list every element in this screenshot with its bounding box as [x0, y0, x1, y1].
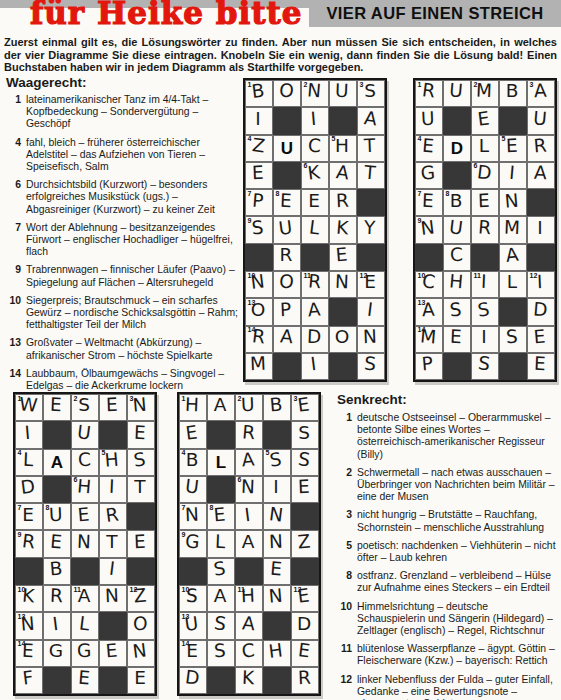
letter-cell[interactable]: U [443, 80, 471, 107]
letter-cell[interactable]: M [499, 216, 527, 243]
letter-cell[interactable]: O [273, 80, 301, 107]
letter-cell[interactable]: I [99, 476, 127, 503]
handwritten-letter: U [449, 82, 464, 102]
letter-cell[interactable]: Y [357, 216, 385, 243]
letter-cell[interactable]: E [99, 394, 127, 421]
handwritten-letter: E [22, 506, 34, 525]
handwritten-letter: S [133, 450, 147, 470]
letter-cell[interactable]: P [415, 353, 443, 380]
letter-cell[interactable]: M [245, 353, 273, 380]
letter-cell[interactable]: E [71, 667, 99, 694]
letter-cell[interactable]: E [527, 353, 555, 380]
letter-cell[interactable]: 8B [443, 189, 471, 216]
letter-cell[interactable]: 2M [471, 80, 499, 107]
letter-cell[interactable]: N [357, 326, 385, 353]
block-cell [43, 667, 71, 694]
banner-title: VIER AUF EINEN STREICH [326, 4, 543, 23]
letter-cell[interactable]: E [71, 503, 99, 530]
clue-number: 1 [6, 94, 21, 131]
letter-cell[interactable]: 13U [179, 612, 207, 639]
letter-cell[interactable]: I [15, 421, 43, 448]
letter-cell[interactable]: S [357, 353, 385, 380]
block-cell [471, 244, 499, 271]
letter-cell[interactable]: S [471, 298, 499, 325]
handwritten-letter: R [335, 191, 349, 210]
block-cell [329, 107, 357, 134]
letter-cell[interactable]: 4L [15, 449, 43, 476]
letter-cell[interactable]: E [245, 162, 273, 189]
letter-cell[interactable]: L [301, 216, 329, 243]
letter-cell[interactable]: 8E [273, 189, 301, 216]
letter-cell[interactable]: O [329, 326, 357, 353]
letter-cell[interactable]: S [291, 449, 319, 476]
letter-cell[interactable]: D [291, 612, 319, 639]
letter-cell[interactable]: S [207, 640, 235, 667]
letter-cell[interactable]: E [443, 326, 471, 353]
clue-item: 9Trabrennwagen – finnischer Läufer (Paav… [6, 264, 240, 288]
block-cell [263, 612, 291, 639]
handwritten-letter: A [307, 300, 321, 319]
handwritten-letter: I [244, 505, 252, 524]
handwritten-letter: C [421, 273, 436, 293]
crossword-grid-top-right[interactable]: 1RU2MB3AUEU4EDL5ERG6DIA7E8BEN9NURMICA10C… [413, 78, 557, 382]
letter-cell[interactable]: G [415, 162, 443, 189]
handwritten-letter: A [335, 163, 350, 183]
handwritten-letter: H [76, 478, 91, 498]
letter-cell[interactable]: R [329, 189, 357, 216]
letter-cell[interactable]: G [71, 640, 99, 667]
letter-cell[interactable]: E [471, 107, 499, 134]
letter-cell[interactable]: 10K [15, 585, 43, 612]
letter-cell[interactable]: 9S [245, 216, 273, 243]
given-letter: L [216, 454, 226, 471]
letter-cell[interactable]: S [207, 612, 235, 639]
letter-cell[interactable]: N [71, 530, 99, 557]
block-cell [329, 353, 357, 380]
letter-cell[interactable]: A [43, 449, 71, 476]
letter-cell[interactable]: 12Z [127, 585, 155, 612]
letter-cell[interactable]: 11A [71, 585, 99, 612]
block-cell [329, 298, 357, 325]
letter-cell[interactable]: Z [291, 530, 319, 557]
handwritten-letter: D [307, 328, 322, 347]
letter-cell[interactable]: C [71, 449, 99, 476]
clue-item: 2Schwermetall – nach etwas ausschauen – … [337, 467, 559, 504]
handwritten-letter: O [251, 301, 266, 320]
handwritten-letter: K [21, 587, 35, 606]
letter-cell[interactable]: A [207, 585, 235, 612]
handwritten-letter: K [242, 669, 255, 688]
cell-number: 1 [418, 81, 422, 89]
letter-cell[interactable]: 7P [245, 189, 273, 216]
letter-cell[interactable]: 3A [527, 80, 555, 107]
letter-cell[interactable]: N [127, 640, 155, 667]
letter-cell[interactable]: D [301, 326, 329, 353]
handwritten-letter: E [22, 642, 34, 661]
handwritten-letter: M [504, 219, 521, 238]
letter-cell[interactable]: R [471, 216, 499, 243]
letter-cell[interactable]: 3S [357, 80, 385, 107]
clue-number: 13 [6, 337, 21, 361]
handwritten-letter: I [481, 273, 487, 292]
letter-cell[interactable]: 4B [179, 449, 207, 476]
letter-cell[interactable]: 9G [179, 530, 207, 557]
handwritten-letter: L [507, 273, 517, 292]
letter-cell[interactable]: 11H [235, 585, 263, 612]
letter-cell[interactable]: I [527, 216, 555, 243]
clue-number: 10 [337, 601, 352, 638]
letter-cell[interactable]: 5E [499, 135, 527, 162]
handwritten-letter: O [278, 273, 295, 293]
block-cell [207, 421, 235, 448]
block-cell [99, 612, 127, 639]
block-cell [99, 667, 127, 694]
letter-cell[interactable]: T [357, 162, 385, 189]
crossword-grid-bottom-right[interactable]: 1HA2UB3EERS4BLA5SSU6NIE7N8EIN9GLANZSE10S… [177, 392, 321, 696]
letter-cell[interactable]: S [499, 326, 527, 353]
letter-cell[interactable]: 12E [357, 271, 385, 298]
handwritten-letter: Z [251, 136, 266, 156]
clue-number: 2 [337, 467, 352, 504]
letter-cell[interactable]: T [357, 135, 385, 162]
letter-cell[interactable]: E [179, 421, 207, 448]
letter-cell[interactable]: 13A [415, 298, 443, 325]
handwritten-letter: A [279, 327, 293, 346]
letter-cell[interactable]: 14E [15, 640, 43, 667]
letter-cell[interactable]: C [235, 640, 263, 667]
letter-cell[interactable]: S [471, 353, 499, 380]
letter-cell[interactable]: 6H [71, 476, 99, 503]
across-clue-list: 1lateinamerikanischer Tanz im 4/4-Takt –… [6, 94, 240, 398]
letter-cell[interactable]: D [15, 476, 43, 503]
handwritten-letter: S [364, 82, 376, 101]
letter-cell[interactable]: A [499, 244, 527, 271]
handwritten-letter: G [184, 532, 200, 552]
letter-cell[interactable]: I [301, 353, 329, 380]
clue-text: Wort der Ablehnung – besitzanzeigendes F… [26, 222, 240, 259]
letter-cell[interactable]: 13N [15, 612, 43, 639]
letter-cell[interactable]: B [43, 558, 71, 585]
handwritten-letter: E [50, 396, 62, 415]
letter-cell[interactable]: U [71, 421, 99, 448]
clue-item: 8ostfranz. Grenzland – verbleibend – Hül… [337, 570, 559, 594]
block-cell [443, 107, 471, 134]
letter-cell[interactable]: 10N [245, 271, 273, 298]
letter-cell[interactable]: 6N [235, 476, 263, 503]
letter-cell[interactable]: 7E [15, 503, 43, 530]
cell-number: 2 [74, 395, 78, 403]
handwritten-letter: S [214, 642, 227, 661]
letter-cell[interactable]: 8E [207, 503, 235, 530]
letter-cell[interactable]: U [273, 135, 301, 162]
clue-item: 11blütenlose Wasserpflanze – ägypt. Gött… [337, 643, 559, 667]
handwritten-letter: U [421, 109, 435, 128]
handwritten-letter: S [251, 219, 264, 238]
letter-cell[interactable]: N [99, 585, 127, 612]
crossword-grid-bottom-left[interactable]: 1WE2SE3NIUE4LAC5HSD6HIT7E8UER9RENTEBI10K… [13, 392, 157, 696]
letter-cell[interactable]: N [263, 503, 291, 530]
letter-cell[interactable]: O [273, 271, 301, 298]
handwritten-letter: N [504, 191, 519, 211]
letter-cell[interactable]: E [291, 640, 319, 667]
letter-cell[interactable]: 9N [415, 216, 443, 243]
letter-cell[interactable]: P [273, 298, 301, 325]
letter-cell[interactable]: I [263, 476, 291, 503]
letter-cell[interactable]: U [273, 216, 301, 243]
handwritten-letter: E [106, 396, 118, 415]
letter-cell[interactable]: U [179, 476, 207, 503]
cell-number: 4 [18, 449, 22, 457]
letter-cell[interactable]: E [127, 421, 155, 448]
letter-cell[interactable]: N [263, 585, 291, 612]
letter-cell[interactable]: C [301, 135, 329, 162]
cell-number: 4 [418, 135, 422, 143]
letter-cell[interactable]: R [527, 135, 555, 162]
across-heading: Waagerecht: [6, 75, 87, 90]
letter-cell[interactable]: U [329, 80, 357, 107]
letter-cell[interactable]: S [127, 449, 155, 476]
handwritten-letter: R [280, 246, 293, 265]
letter-cell[interactable]: 3N [127, 394, 155, 421]
handwritten-letter: U [49, 505, 63, 524]
handwritten-letter: N [363, 328, 378, 347]
letter-cell[interactable]: 12E [291, 585, 319, 612]
letter-cell[interactable]: 14E [179, 640, 207, 667]
handwritten-letter: K [307, 164, 321, 184]
handwritten-letter: E [50, 532, 63, 551]
letter-cell[interactable]: E [127, 667, 155, 694]
block-cell [499, 353, 527, 380]
handwritten-letter: U [278, 218, 294, 238]
letter-cell[interactable]: T [99, 530, 127, 557]
clue-item: 7Wort der Ablehnung – besitzanzeigendes … [6, 222, 240, 259]
block-cell [99, 421, 127, 448]
handwritten-letter: I [310, 110, 317, 129]
letter-cell[interactable]: 2U [235, 394, 263, 421]
handwritten-letter: N [335, 273, 350, 292]
handwritten-letter: E [134, 533, 146, 552]
letter-cell[interactable]: E [127, 530, 155, 557]
letter-cell[interactable]: F [15, 667, 43, 694]
letter-cell[interactable]: U [415, 107, 443, 134]
letter-cell[interactable]: A [235, 449, 263, 476]
letter-cell[interactable]: 1W [15, 394, 43, 421]
letter-cell[interactable]: B [263, 394, 291, 421]
letter-cell[interactable]: N [263, 530, 291, 557]
handwritten-letter: A [533, 82, 546, 101]
clue-text: Himmelsrichtung – deutsche Schauspieleri… [357, 601, 559, 638]
letter-cell[interactable]: A [207, 394, 235, 421]
crossword-grid-top-left[interactable]: 1BO2NU3SIIA4ZUC5HTE6KAT7P8EER9SULKYRE10N… [243, 78, 387, 382]
letter-cell[interactable]: 10S [179, 585, 207, 612]
letter-cell[interactable]: 9R [15, 530, 43, 557]
letter-cell[interactable]: E [471, 189, 499, 216]
handwritten-letter: G [76, 642, 91, 661]
letter-cell[interactable]: 6D [471, 162, 499, 189]
cell-number: 7 [418, 190, 422, 198]
letter-cell[interactable]: 12I [527, 271, 555, 298]
handwritten-letter: S [477, 355, 491, 375]
handwritten-letter: E [270, 560, 283, 579]
letter-cell[interactable]: C [443, 244, 471, 271]
handwritten-letter: B [450, 192, 463, 211]
letter-cell[interactable]: I [235, 503, 263, 530]
letter-cell[interactable]: N [499, 189, 527, 216]
letter-cell[interactable]: 8U [43, 503, 71, 530]
letter-cell[interactable]: D [527, 298, 555, 325]
letter-cell[interactable]: E [263, 558, 291, 585]
letter-cell[interactable]: A [273, 326, 301, 353]
handwritten-letter: S [269, 450, 283, 470]
letter-cell[interactable]: 5H [99, 449, 127, 476]
block-cell [127, 503, 155, 530]
letter-cell[interactable]: 6K [301, 162, 329, 189]
letter-cell[interactable]: H [443, 271, 471, 298]
letter-cell[interactable]: L [71, 612, 99, 639]
clue-text: Schwermetall – nach etwas ausschauen – Ü… [357, 467, 559, 504]
clue-item: 1deutsche Ostseeinsel – Oberarmmuskel – … [337, 412, 559, 461]
letter-cell[interactable]: A [527, 162, 555, 189]
letter-cell[interactable]: 11R [301, 271, 329, 298]
handwritten-letter: S [364, 355, 377, 374]
letter-cell[interactable]: A [235, 530, 263, 557]
clue-number: 10 [6, 295, 21, 332]
block-cell [207, 476, 235, 503]
handwritten-letter: N [105, 587, 120, 606]
handwritten-letter: A [214, 587, 227, 606]
handwritten-letter: S [506, 328, 519, 347]
letter-cell[interactable]: R [235, 421, 263, 448]
letter-cell[interactable]: I [499, 162, 527, 189]
letter-cell[interactable]: A [301, 298, 329, 325]
block-cell [179, 558, 207, 585]
block-cell [273, 353, 301, 380]
letter-cell[interactable]: A [329, 162, 357, 189]
letter-cell[interactable]: 1R [415, 80, 443, 107]
handwritten-letter: F [21, 669, 34, 689]
letter-cell[interactable]: L [471, 135, 499, 162]
handwritten-letter: S [186, 587, 199, 606]
letter-cell[interactable]: O [127, 612, 155, 639]
letter-cell[interactable]: 4E [415, 135, 443, 162]
letter-cell[interactable]: D [179, 667, 207, 694]
handwritten-letter: S [213, 560, 227, 580]
handwritten-letter: E [478, 191, 490, 210]
handwritten-letter: E [280, 191, 292, 210]
letter-cell[interactable]: K [235, 667, 263, 694]
handwritten-letter: N [20, 614, 35, 634]
letter-cell[interactable]: I [301, 107, 329, 134]
letter-cell[interactable]: L [207, 530, 235, 557]
handwritten-letter: A [533, 164, 546, 183]
letter-cell[interactable]: B [499, 80, 527, 107]
letter-cell[interactable]: U [443, 216, 471, 243]
letter-cell[interactable]: S [207, 558, 235, 585]
letter-cell[interactable]: E [99, 640, 127, 667]
clue-number: 7 [6, 222, 21, 259]
letter-cell[interactable]: A [235, 612, 263, 639]
letter-cell[interactable]: H [263, 640, 291, 667]
handwritten-letter: D [20, 478, 36, 498]
handwritten-letter: B [269, 396, 283, 415]
letter-cell[interactable]: I [471, 326, 499, 353]
clue-item: 14Laubbaum, Ölbaumgewächs – Singvogel – … [6, 368, 240, 392]
letter-cell[interactable]: U [527, 107, 555, 134]
letter-cell[interactable]: 2N [301, 80, 329, 107]
letter-cell[interactable]: L [499, 271, 527, 298]
letter-cell[interactable]: E [527, 326, 555, 353]
clue-text: Trabrennwagen – finnischer Läufer (Paavo… [26, 264, 240, 288]
clue-item: 13Großvater – Weltmacht (Abkürzung) – af… [6, 337, 240, 361]
handwritten-letter: W [18, 396, 38, 416]
letter-cell[interactable]: E [301, 189, 329, 216]
letter-cell[interactable]: 5S [263, 449, 291, 476]
letter-cell[interactable]: R [99, 503, 127, 530]
letter-cell[interactable]: 4Z [245, 135, 273, 162]
handwritten-letter: C [449, 246, 463, 265]
letter-cell[interactable]: 1B [245, 80, 273, 107]
block-cell [15, 558, 43, 585]
handwritten-letter: A [241, 451, 255, 470]
letter-cell[interactable]: 1H [179, 394, 207, 421]
letter-cell[interactable]: I [99, 558, 127, 585]
handwritten-letter: I [108, 560, 116, 579]
letter-cell[interactable]: 5H [329, 135, 357, 162]
letter-cell[interactable]: 13O [245, 298, 273, 325]
handwritten-letter: E [422, 191, 434, 210]
letter-cell[interactable]: 14R [245, 326, 273, 353]
letter-cell[interactable]: E [329, 244, 357, 271]
letter-cell[interactable]: D [443, 135, 471, 162]
letter-cell[interactable]: L [207, 449, 235, 476]
letter-cell[interactable]: 10C [415, 271, 443, 298]
letter-cell[interactable]: E [43, 530, 71, 557]
letter-cell[interactable]: R [273, 244, 301, 271]
block-cell [235, 558, 263, 585]
letter-cell[interactable]: R [291, 667, 319, 694]
clue-number: 6 [6, 179, 21, 216]
handwritten-letter: H [241, 587, 256, 606]
letter-cell[interactable]: 7N [179, 503, 207, 530]
letter-cell[interactable]: N [329, 271, 357, 298]
letter-cell[interactable]: 7E [415, 189, 443, 216]
handwritten-letter: I [509, 164, 516, 183]
letter-cell[interactable]: E [43, 394, 71, 421]
letter-cell[interactable]: I [43, 612, 71, 639]
handwritten-letter: E [297, 396, 311, 416]
handwritten-letter: A [241, 614, 255, 633]
letter-cell[interactable]: S [443, 298, 471, 325]
letter-cell[interactable]: 14M [415, 326, 443, 353]
letter-cell[interactable]: T [127, 476, 155, 503]
letter-cell[interactable]: K [329, 216, 357, 243]
letter-cell[interactable]: G [43, 640, 71, 667]
letter-cell[interactable]: E [291, 476, 319, 503]
letter-cell[interactable]: I [245, 107, 273, 134]
letter-cell[interactable]: R [43, 585, 71, 612]
handwritten-letter: U [184, 477, 200, 497]
letter-cell[interactable]: S [291, 421, 319, 448]
handwritten-letter: S [298, 424, 310, 443]
letter-cell[interactable]: 2S [71, 394, 99, 421]
letter-cell[interactable]: I [357, 298, 385, 325]
block-cell [357, 189, 385, 216]
handwritten-letter: U [448, 218, 464, 238]
letter-cell[interactable]: A [357, 107, 385, 134]
letter-cell[interactable]: 3E [291, 394, 319, 421]
block-cell [499, 107, 527, 134]
letter-cell[interactable]: 11I [471, 271, 499, 298]
